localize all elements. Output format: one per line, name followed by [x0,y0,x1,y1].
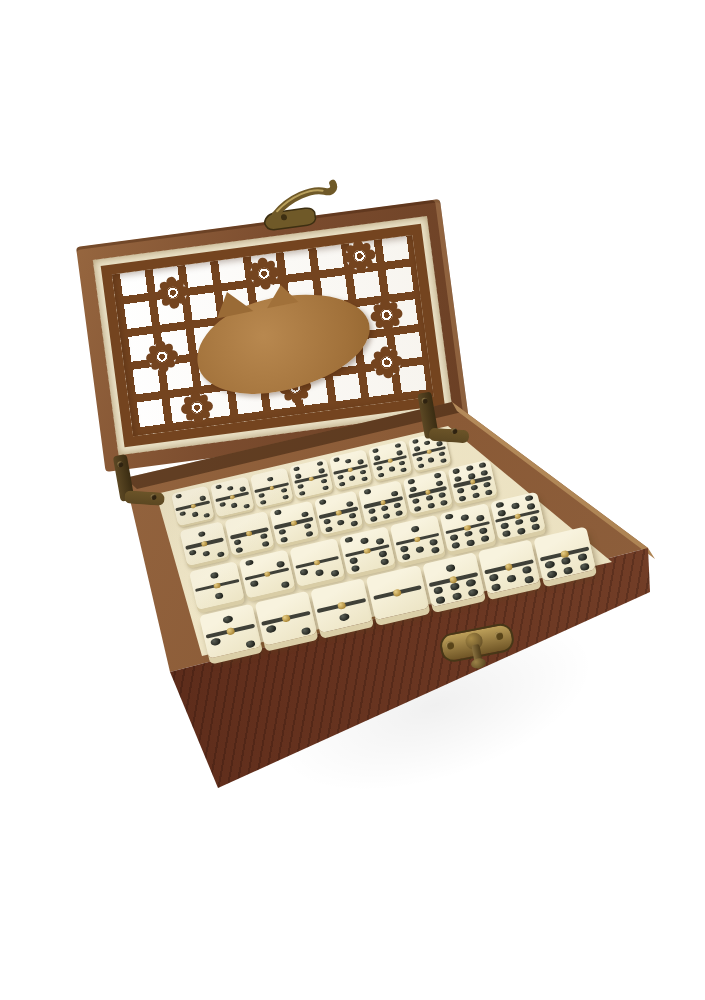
pip [438,451,445,457]
pip [402,553,411,560]
pip [219,502,226,508]
pip [239,486,246,492]
pip [547,570,558,579]
pip [215,592,224,599]
pip [388,466,395,472]
pip [360,537,369,544]
pip [379,550,388,557]
pip [524,575,535,584]
pip [203,550,211,556]
pip [433,586,444,595]
pip [413,446,420,452]
pip [294,466,301,472]
pip [511,502,520,509]
pip [491,583,502,592]
pip [435,596,446,605]
pip [295,473,302,479]
pip [468,588,479,597]
pip [465,465,473,471]
pip [376,537,385,544]
pip [449,582,460,591]
pip [227,485,234,491]
pip [299,568,308,575]
pip [281,581,290,588]
pip [434,473,442,479]
pip [489,573,500,582]
domino-tile[interactable] [210,476,254,517]
domino-tile[interactable] [180,521,230,566]
pip [544,561,555,570]
pip [410,486,418,492]
pip [339,482,346,488]
rosette-ornament [258,267,271,280]
pip [280,536,288,542]
pip [249,580,258,587]
rosette-ornament [380,356,393,369]
rosette-ornament [156,349,169,362]
pip [281,487,288,493]
pip [472,492,480,498]
pip [516,527,525,534]
pip [400,545,409,552]
pip [301,627,312,636]
pip [428,457,435,463]
pip [425,494,433,500]
pip [412,498,420,504]
pip [445,513,454,520]
pip [210,638,221,647]
pip [315,569,324,576]
pip [563,566,574,575]
pip [361,476,368,482]
leather-patch [188,280,379,406]
hinge-icon [411,386,472,452]
rosette-ornament [190,401,203,414]
pip [380,505,388,511]
pip [378,472,385,478]
pip [333,457,340,463]
pip [298,484,305,490]
latch-knob [470,657,487,670]
pip [337,519,345,525]
pip [526,503,535,510]
pip [397,450,404,456]
pip [414,505,422,511]
pip [231,503,238,509]
pip [349,475,356,481]
domino-tile[interactable] [314,490,364,535]
hinge-icon [107,447,175,520]
domino-tile[interactable] [358,480,408,525]
pip [506,574,517,583]
pip [276,561,285,568]
pip [189,549,197,555]
pip [322,485,329,491]
pip [374,455,381,461]
pip [577,553,588,562]
pip [485,489,493,495]
pip [408,479,416,485]
pip [393,502,401,508]
pip [431,547,440,554]
pip [363,489,371,495]
pip [502,530,511,537]
pip [381,558,390,565]
pip [445,564,456,573]
domino-tile[interactable] [368,440,412,481]
rosette-ornament [353,249,366,262]
pip [417,463,424,469]
domino-tile[interactable] [289,458,333,499]
lattice-panel [101,224,445,448]
pip [345,458,352,464]
pip [260,500,267,506]
pip [299,491,306,497]
pip [438,492,446,498]
pip [266,625,277,634]
pip [399,460,406,466]
pip [198,531,206,537]
pip [500,522,509,529]
pip [245,639,256,648]
hinge-flap [124,490,165,506]
pip [440,458,447,464]
pip [382,513,390,519]
pip [481,535,490,542]
pip [204,513,211,519]
pip [306,530,314,536]
pip [457,487,465,493]
pip [235,547,243,553]
pip [401,467,408,473]
pip [453,468,461,474]
domino-tile[interactable] [403,470,453,515]
pip [476,514,485,521]
domino-tile[interactable] [448,459,498,504]
pip [531,524,540,531]
pip [466,539,475,546]
pip [478,462,486,468]
pip [529,515,538,522]
pip [561,556,572,565]
pip [258,493,265,499]
pip [282,495,289,501]
pip [325,526,333,532]
pip [436,480,444,486]
pip [266,476,273,482]
pip [301,511,309,517]
domino-tile[interactable] [171,486,215,527]
pip [331,570,340,577]
rosette-ornament [166,286,179,299]
pip [349,512,357,518]
pip [259,533,267,539]
hinge-flap [429,428,470,444]
pip [278,529,286,535]
pip [395,443,402,449]
pip [410,525,419,532]
pip [222,615,233,624]
pip [217,551,225,557]
pip [346,501,354,507]
pip [470,484,478,490]
pip [357,459,364,465]
pip [274,509,282,515]
pip [215,484,222,490]
pip [459,495,467,501]
pip [464,530,473,537]
pip [497,510,506,517]
pip [391,491,399,497]
pip [429,538,438,545]
pip [245,559,254,566]
pip [339,613,350,622]
pip [360,469,367,475]
pip [521,566,532,575]
pip [337,474,344,480]
domino-tile[interactable] [269,501,319,546]
domino-tile[interactable] [224,511,274,556]
pip [175,493,182,499]
pip [369,516,377,522]
domino-tile[interactable] [250,467,294,508]
pip [440,499,448,505]
pip [452,592,463,601]
pip [412,439,419,445]
pip [318,468,325,474]
pip [351,565,360,572]
rosette-ornament [379,308,392,321]
pip [243,504,250,510]
pip [450,534,459,541]
domino-box-photo [0,0,705,1000]
pip [479,527,488,534]
pip [427,503,435,509]
pip [234,539,242,545]
pip [320,478,327,484]
pip [319,499,327,505]
pip [495,501,504,508]
pip [350,557,359,564]
pip [524,494,533,501]
pip [372,448,379,454]
pip [261,541,269,547]
pip [368,508,376,514]
pip [210,571,219,578]
pip [316,461,323,467]
pip [192,512,199,518]
domino-tile[interactable] [329,449,373,490]
pip [452,542,461,549]
pip [345,536,354,543]
pip [416,456,423,462]
pip [179,511,186,517]
pip [304,523,312,529]
pip [415,546,424,553]
pip [466,579,477,588]
pip [376,465,383,471]
pip [514,518,523,525]
pip [483,481,491,487]
pip [480,470,488,476]
pip [351,520,359,526]
pip [200,495,207,501]
pip [454,476,462,482]
pip [461,514,470,521]
pip [395,510,403,516]
pip [323,518,331,524]
pip [579,562,590,571]
